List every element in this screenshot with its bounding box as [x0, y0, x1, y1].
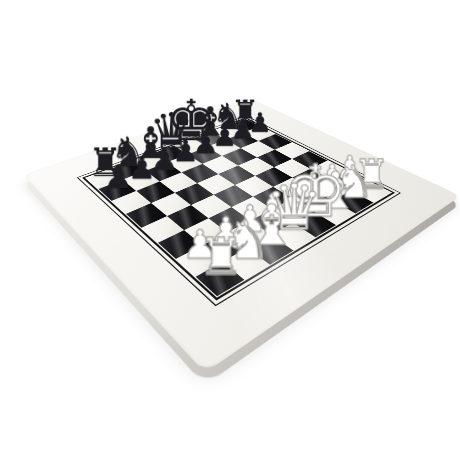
white-rook-icon: ♜ [197, 231, 243, 283]
black-pawn-icon: ♟ [103, 161, 132, 193]
board-surface: ♜♞♝♛♚♝♞♜♟♟♟♟♟♟♟♟♟♟♟♟♟♟♟♟♜♞♝♛♚♝♞♜ [23, 98, 460, 373]
chess-scene: ♜♞♝♛♚♝♞♜♟♟♟♟♟♟♟♟♟♟♟♟♟♟♟♟♜♞♝♛♚♝♞♜ [0, 0, 460, 460]
chess-board: ♜♞♝♛♚♝♞♜♟♟♟♟♟♟♟♟♟♟♟♟♟♟♟♟♜♞♝♛♚♝♞♜ [23, 98, 460, 373]
